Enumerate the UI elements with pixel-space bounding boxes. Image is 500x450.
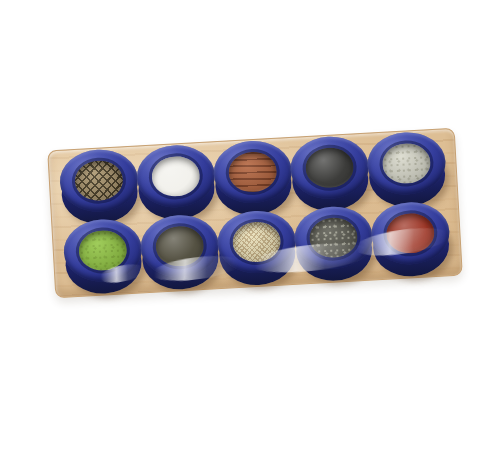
texture-cap-olive-smooth[interactable] bbox=[139, 213, 221, 291]
texture-cap-red-smooth[interactable] bbox=[370, 200, 452, 278]
texture-cap-white-sponge[interactable] bbox=[366, 130, 448, 208]
wooden-tray bbox=[47, 128, 463, 299]
texture-cap-burlap-mesh[interactable] bbox=[58, 148, 140, 226]
texture-cap-cream-mesh[interactable] bbox=[216, 209, 298, 287]
texture-cap-white-silk[interactable] bbox=[135, 143, 217, 221]
cap-layer bbox=[48, 129, 453, 152]
texture-cap-orange-woodgrain[interactable] bbox=[212, 139, 294, 217]
texture-cap-gray-sandpaper[interactable] bbox=[293, 205, 375, 283]
product-photo-stage bbox=[0, 0, 500, 450]
texture-cap-green-felt[interactable] bbox=[62, 217, 144, 295]
texture-cap-black-smooth[interactable] bbox=[289, 135, 371, 213]
